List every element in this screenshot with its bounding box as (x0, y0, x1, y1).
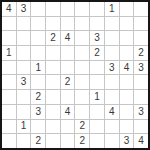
cell-r2c1[interactable] (2, 17, 16, 31)
cell-r1c8: 1 (105, 2, 119, 16)
clue-number: 3 (109, 63, 115, 73)
clue-number: 4 (65, 107, 71, 117)
cell-r2c2[interactable] (17, 17, 31, 31)
cell-r9c3[interactable] (31, 120, 45, 134)
cell-r10c2[interactable] (17, 134, 31, 148)
cell-r9c1[interactable] (2, 120, 16, 134)
clue-number: 4 (124, 63, 130, 73)
clue-number: 2 (94, 48, 100, 58)
cell-r3c9[interactable] (120, 31, 134, 45)
cell-r7c4[interactable] (46, 90, 60, 104)
cell-r5c9: 4 (120, 61, 134, 75)
cell-r8c1[interactable] (2, 105, 16, 119)
clue-number: 2 (50, 33, 56, 43)
cell-r10c3: 2 (31, 134, 45, 148)
cell-r1c7[interactable] (90, 2, 104, 16)
puzzle-board: 431243122134332213443122234 (0, 0, 150, 150)
clue-number: 1 (35, 63, 41, 73)
cell-r10c10: 4 (134, 134, 148, 148)
cell-r9c4[interactable] (46, 120, 60, 134)
clue-number: 2 (80, 136, 86, 146)
cell-r5c4[interactable] (46, 61, 60, 75)
clue-number: 3 (35, 107, 41, 117)
cell-r6c6[interactable] (75, 75, 89, 89)
cell-r8c9[interactable] (120, 105, 134, 119)
cell-r5c6[interactable] (75, 61, 89, 75)
cell-r8c3: 3 (31, 105, 45, 119)
cell-r8c7[interactable] (90, 105, 104, 119)
cell-r7c5[interactable] (61, 90, 75, 104)
cell-r5c3: 1 (31, 61, 45, 75)
clue-number: 4 (138, 136, 144, 146)
clue-number: 2 (35, 92, 41, 102)
cell-r10c1[interactable] (2, 134, 16, 148)
cell-r4c6[interactable] (75, 46, 89, 60)
clue-number: 4 (109, 107, 115, 117)
cell-r2c9[interactable] (120, 17, 134, 31)
cell-r5c5[interactable] (61, 61, 75, 75)
cell-r6c5: 2 (61, 75, 75, 89)
cell-r8c6[interactable] (75, 105, 89, 119)
cell-r4c9[interactable] (120, 46, 134, 60)
cell-r5c1[interactable] (2, 61, 16, 75)
cell-r7c6[interactable] (75, 90, 89, 104)
clue-number: 1 (109, 4, 115, 14)
cell-r3c3[interactable] (31, 31, 45, 45)
cell-r3c4: 2 (46, 31, 60, 45)
clue-number: 4 (65, 33, 71, 43)
cell-r4c3[interactable] (31, 46, 45, 60)
cell-r4c5[interactable] (61, 46, 75, 60)
cell-r1c9[interactable] (120, 2, 134, 16)
cell-r5c8: 3 (105, 61, 119, 75)
cell-r9c8[interactable] (105, 120, 119, 134)
cell-r2c3[interactable] (31, 17, 45, 31)
cell-r1c2: 3 (17, 2, 31, 16)
cell-r7c1[interactable] (2, 90, 16, 104)
clue-number: 1 (21, 121, 27, 131)
clue-number: 2 (80, 121, 86, 131)
cell-r5c2[interactable] (17, 61, 31, 75)
cell-r3c1[interactable] (2, 31, 16, 45)
cell-r1c4[interactable] (46, 2, 60, 16)
cell-r2c7[interactable] (90, 17, 104, 31)
clue-number: 3 (21, 4, 27, 14)
cell-r4c1: 1 (2, 46, 16, 60)
cell-r3c6[interactable] (75, 31, 89, 45)
cell-r2c4[interactable] (46, 17, 60, 31)
cell-r6c2: 3 (17, 75, 31, 89)
cell-r4c8[interactable] (105, 46, 119, 60)
cell-r10c6: 2 (75, 134, 89, 148)
cell-r8c10: 3 (134, 105, 148, 119)
cell-r4c4[interactable] (46, 46, 60, 60)
clue-number: 4 (6, 4, 12, 14)
cell-r4c7: 2 (90, 46, 104, 60)
cell-r9c10[interactable] (134, 120, 148, 134)
cell-r2c10[interactable] (134, 17, 148, 31)
clue-number: 2 (138, 48, 144, 58)
cell-r6c8[interactable] (105, 75, 119, 89)
cell-r1c6[interactable] (75, 2, 89, 16)
cell-r1c5[interactable] (61, 2, 75, 16)
clue-number: 3 (138, 63, 144, 73)
cell-r1c1: 4 (2, 2, 16, 16)
cell-r9c9[interactable] (120, 120, 134, 134)
cell-r7c10[interactable] (134, 90, 148, 104)
clue-number: 1 (6, 48, 12, 58)
cell-r5c10: 3 (134, 61, 148, 75)
cell-r3c10[interactable] (134, 31, 148, 45)
clue-number: 2 (65, 77, 71, 87)
clue-number: 3 (138, 107, 144, 117)
cell-r6c1[interactable] (2, 75, 16, 89)
cell-r4c2[interactable] (17, 46, 31, 60)
cell-r9c6: 2 (75, 120, 89, 134)
cell-r2c6[interactable] (75, 17, 89, 31)
cell-r10c7[interactable] (90, 134, 104, 148)
cell-r3c8[interactable] (105, 31, 119, 45)
cell-r10c4[interactable] (46, 134, 60, 148)
cell-r9c2: 1 (17, 120, 31, 134)
cell-r6c4[interactable] (46, 75, 60, 89)
clue-number: 3 (94, 33, 100, 43)
cell-r10c5[interactable] (61, 134, 75, 148)
cell-r6c3[interactable] (31, 75, 45, 89)
cell-r6c7[interactable] (90, 75, 104, 89)
cell-r3c2[interactable] (17, 31, 31, 45)
cell-r3c7: 3 (90, 31, 104, 45)
cell-r7c2[interactable] (17, 90, 31, 104)
cell-r1c10[interactable] (134, 2, 148, 16)
cell-r8c4[interactable] (46, 105, 60, 119)
cell-r3c5: 4 (61, 31, 75, 45)
cell-r7c9[interactable] (120, 90, 134, 104)
cell-r6c10[interactable] (134, 75, 148, 89)
cell-r1c3[interactable] (31, 2, 45, 16)
cell-r10c8[interactable] (105, 134, 119, 148)
cell-r8c2[interactable] (17, 105, 31, 119)
cell-r2c5[interactable] (61, 17, 75, 31)
cell-r7c3: 2 (31, 90, 45, 104)
cell-r8c8: 4 (105, 105, 119, 119)
cell-r2c8[interactable] (105, 17, 119, 31)
cell-r5c7[interactable] (90, 61, 104, 75)
cell-r6c9[interactable] (120, 75, 134, 89)
cell-r9c5[interactable] (61, 120, 75, 134)
cell-r9c7[interactable] (90, 120, 104, 134)
cell-r4c10: 2 (134, 46, 148, 60)
cell-r10c9: 3 (120, 134, 134, 148)
cell-r7c7: 1 (90, 90, 104, 104)
clue-number: 3 (124, 136, 130, 146)
clue-number: 1 (94, 92, 100, 102)
clue-number: 2 (35, 136, 41, 146)
cell-r7c8[interactable] (105, 90, 119, 104)
cell-r8c5: 4 (61, 105, 75, 119)
clue-number: 3 (21, 77, 27, 87)
